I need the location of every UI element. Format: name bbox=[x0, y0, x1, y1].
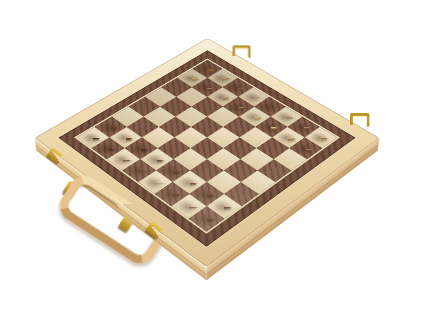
camera: ♜♞♝♛♚♝♞♜♟♟♟♟♟♟♟♟♟♟♟♟♟♟♟♟♜♞♝♛♚♝♞♜ bbox=[0, 0, 423, 318]
product-photo-scene: ♜♞♝♛♚♝♞♜♟♟♟♟♟♟♟♟♟♟♟♟♟♟♟♟♜♞♝♛♚♝♞♜ bbox=[0, 0, 423, 318]
